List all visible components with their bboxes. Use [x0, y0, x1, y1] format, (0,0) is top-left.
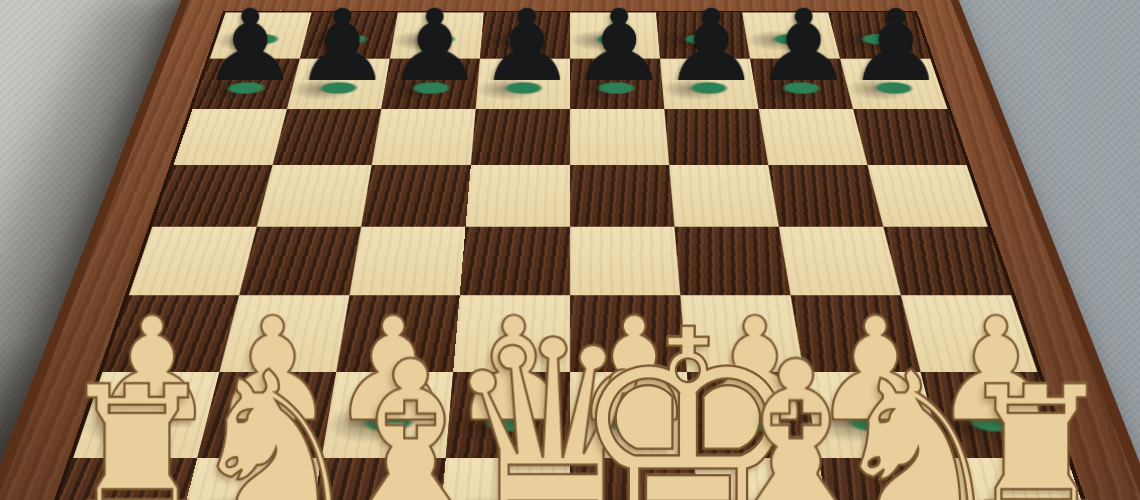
square-c1[interactable]: ♝	[305, 458, 446, 500]
square-c6[interactable]	[372, 109, 476, 165]
square-f5[interactable]	[669, 165, 779, 227]
white-knight[interactable]: ♞	[827, 345, 955, 500]
square-b6[interactable]	[273, 109, 382, 165]
square-a7[interactable]: ♟	[192, 59, 299, 110]
square-c5[interactable]	[361, 165, 471, 227]
square-a4[interactable]	[129, 227, 257, 296]
board-grid: ♜♞♝♛♚♝♞♜♟♟♟♟♟♟♟♟♟♟♟♟♟♟♟♟♜♞♝♛♚♝♞♜	[39, 13, 1100, 500]
white-rook[interactable]: ♜	[56, 362, 184, 500]
square-b7[interactable]: ♟	[287, 59, 390, 110]
square-b5[interactable]	[257, 165, 372, 227]
square-a6[interactable]	[173, 109, 286, 165]
square-e1[interactable]: ♚	[570, 458, 703, 500]
square-f1[interactable]: ♝	[694, 458, 835, 500]
square-a5[interactable]	[152, 165, 272, 227]
square-g7[interactable]: ♟	[750, 59, 853, 110]
square-d6[interactable]	[471, 109, 570, 165]
black-pawn[interactable]: ♟	[293, 0, 385, 105]
chessboard-photo-scene: ♜♞♝♛♚♝♞♜♟♟♟♟♟♟♟♟♟♟♟♟♟♟♟♟♜♞♝♛♚♝♞♜	[0, 0, 1140, 500]
white-bishop[interactable]: ♝	[313, 333, 441, 500]
square-b4[interactable]	[239, 227, 361, 296]
square-g1[interactable]: ♞	[819, 458, 968, 500]
square-g6[interactable]	[759, 109, 868, 165]
square-d7[interactable]: ♟	[476, 59, 570, 110]
square-h4[interactable]	[883, 227, 1011, 296]
square-d1[interactable]: ♛	[437, 458, 570, 500]
white-bishop[interactable]: ♝	[698, 333, 826, 500]
square-h5[interactable]	[867, 165, 987, 227]
white-queen[interactable]: ♛	[442, 308, 570, 500]
square-e7[interactable]: ♟	[570, 59, 664, 110]
square-f6[interactable]	[664, 109, 768, 165]
square-f7[interactable]: ♟	[660, 59, 759, 110]
black-pawn[interactable]: ♟	[478, 0, 570, 105]
black-pawn[interactable]: ♟	[201, 0, 293, 105]
square-d5[interactable]	[466, 165, 570, 227]
chess-board: ♜♞♝♛♚♝♞♜♟♟♟♟♟♟♟♟♟♟♟♟♟♟♟♟♜♞♝♛♚♝♞♜	[0, 0, 1140, 500]
square-h6[interactable]	[853, 109, 966, 165]
square-h7[interactable]: ♟	[840, 59, 947, 110]
black-pawn[interactable]: ♟	[570, 0, 662, 105]
square-e5[interactable]	[570, 165, 674, 227]
square-c7[interactable]: ♟	[381, 59, 480, 110]
black-pawn[interactable]: ♟	[847, 0, 939, 105]
black-pawn[interactable]: ♟	[386, 0, 478, 105]
white-rook[interactable]: ♜	[955, 362, 1083, 500]
white-knight[interactable]: ♞	[185, 345, 313, 500]
square-a1[interactable]: ♜	[39, 458, 197, 500]
square-b1[interactable]: ♞	[172, 458, 321, 500]
square-c4[interactable]	[349, 227, 465, 296]
square-d4[interactable]	[460, 227, 570, 296]
square-g5[interactable]	[768, 165, 883, 227]
black-pawn[interactable]: ♟	[754, 0, 846, 105]
square-h1[interactable]: ♜	[943, 458, 1101, 500]
white-king[interactable]: ♚	[570, 296, 698, 500]
black-pawn[interactable]: ♟	[662, 0, 754, 105]
square-e6[interactable]	[570, 109, 669, 165]
